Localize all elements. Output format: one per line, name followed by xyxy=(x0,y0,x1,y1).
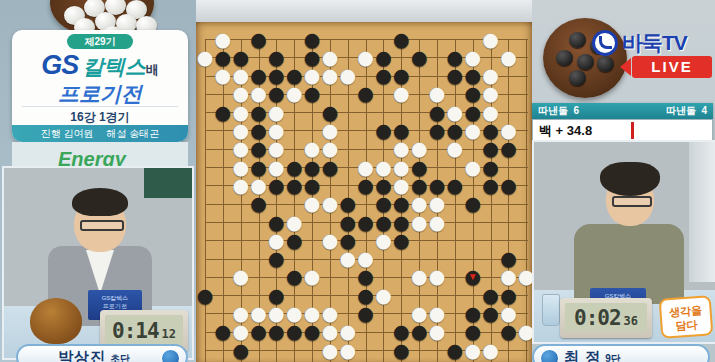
stone: ● xyxy=(214,67,231,84)
stone: ● xyxy=(286,232,303,249)
stone: ● xyxy=(482,31,499,48)
tournament-subtitle: 프로기전 xyxy=(12,80,188,104)
go-board[interactable]: ●●●●●●●●●●●●●●●●●●●●●●●●●●●●●●●●●●●●●●●●… xyxy=(196,22,532,362)
window-light xyxy=(689,142,715,282)
stone: ● xyxy=(357,305,374,322)
stone: ● xyxy=(375,195,392,212)
stone: ● xyxy=(446,342,463,359)
player-video-right: GS칼텍스프로기전 0:02 36 생각을담다 xyxy=(534,142,715,342)
stone: ● xyxy=(339,195,356,212)
title-gs: GS xyxy=(41,50,78,80)
player-right-rank: 9단 xyxy=(605,352,621,362)
captures-header: 따낸돌 6 따낸돌 4 xyxy=(532,103,713,119)
black-stone xyxy=(556,50,573,66)
water-glass xyxy=(542,294,560,326)
stone: ● xyxy=(393,232,410,249)
live-badge: LIVE xyxy=(632,56,712,78)
stone: ● xyxy=(500,177,517,194)
stone: ● xyxy=(411,323,428,340)
clock-right-sub: 36 xyxy=(624,314,638,328)
stone: ● xyxy=(357,177,374,194)
stone: ● xyxy=(232,323,249,340)
black-stone xyxy=(569,70,586,86)
stone: ● xyxy=(500,323,517,340)
left-panel: 제29기 GS 칼텍스배 프로기전 16강 1경기 진행 김여원 해설 송태곤 … xyxy=(0,0,196,362)
stone: ● xyxy=(321,342,338,359)
stone: ● xyxy=(321,140,338,157)
stone: ● xyxy=(393,323,410,340)
stone: ● xyxy=(304,268,321,285)
stone: ● xyxy=(429,214,446,231)
stone: ● xyxy=(393,85,410,102)
stone: ● xyxy=(286,85,303,102)
stone: ● xyxy=(268,85,285,102)
stone: ● xyxy=(411,140,428,157)
player-left-rank: 초단 xyxy=(110,352,130,362)
stone: ● xyxy=(429,195,446,212)
stone: ● xyxy=(304,323,321,340)
stone: ● xyxy=(304,140,321,157)
stone: ● xyxy=(321,67,338,84)
stone: ● xyxy=(464,122,481,139)
stone: ● xyxy=(393,140,410,157)
broadcaster-logo: 바둑TV xyxy=(592,26,712,60)
stone: ● xyxy=(304,85,321,102)
tournament-card: 제29기 GS 칼텍스배 프로기전 16강 1경기 진행 김여원 해설 송태곤 xyxy=(12,30,188,142)
stone: ● xyxy=(500,49,517,66)
captures-right: 따낸돌 4 xyxy=(666,104,707,118)
stone: ● xyxy=(375,122,392,139)
player-left-hair xyxy=(72,188,128,216)
baduktv-logo-icon xyxy=(592,30,618,56)
stone: ● xyxy=(500,268,517,285)
stone: ● xyxy=(411,195,428,212)
round-label: 16강 1경기 xyxy=(22,106,178,126)
stone: ● xyxy=(250,85,267,102)
stone: ● xyxy=(446,177,463,194)
stone: ● xyxy=(429,268,446,285)
name-bar-left: 박상진 초단 xyxy=(16,344,188,362)
player-right-glasses xyxy=(612,196,652,207)
tournament-title: GS 칼텍스배 xyxy=(12,50,188,80)
stone: ● xyxy=(357,268,374,285)
player-video-left: GS칼텍스프로기전 0:14 12 xyxy=(4,168,192,358)
thought-sticker: 생각을담다 xyxy=(659,295,714,339)
clock-left-display: 0:14 12 xyxy=(105,315,183,346)
stone: ● xyxy=(357,49,374,66)
baduktv-logo-text: 바둑TV xyxy=(622,29,687,57)
stone: ● xyxy=(482,342,499,359)
stone: ● xyxy=(393,31,410,48)
stone: ● xyxy=(232,85,249,102)
stone: ● xyxy=(339,342,356,359)
stone: ● xyxy=(464,342,481,359)
staff-strip: 진행 김여원 해설 송태곤 xyxy=(12,125,188,142)
player-right-name: 최 정 xyxy=(564,348,601,362)
stone: ● xyxy=(464,85,481,102)
stone: ● xyxy=(197,49,214,66)
game-clock-right[interactable]: 0:02 36 xyxy=(560,298,652,338)
stone: ● xyxy=(446,140,463,157)
captures-left: 따낸돌 6 xyxy=(538,104,579,118)
stone: ● xyxy=(321,159,338,176)
stone: ● xyxy=(339,323,356,340)
stone: ● xyxy=(393,342,410,359)
black-stone xyxy=(569,32,586,48)
stone: ● xyxy=(500,140,517,157)
stone: ● xyxy=(214,323,231,340)
score-marker xyxy=(631,122,634,139)
stone: ● xyxy=(464,323,481,340)
stone: ● xyxy=(482,177,499,194)
stone: ● xyxy=(393,214,410,231)
stone: ● xyxy=(411,49,428,66)
last-move-marker: ▼ xyxy=(464,272,481,282)
stone: ● xyxy=(375,214,392,231)
score-panel: 따낸돌 6 따낸돌 4 백 + 34.8 xyxy=(532,103,713,142)
name-bar-right: 최 정 9단 xyxy=(532,344,710,362)
stone: ● xyxy=(464,195,481,212)
stone: ● xyxy=(304,195,321,212)
stone: ● xyxy=(286,214,303,231)
clock-left-main: 0:14 xyxy=(112,319,159,343)
stone: ● xyxy=(214,31,231,48)
live-arrow-icon xyxy=(620,58,631,76)
stone: ● xyxy=(268,323,285,340)
stone: ● xyxy=(482,85,499,102)
stone: ● xyxy=(197,287,214,304)
player-left-glasses xyxy=(80,220,124,231)
score-estimate: 백 + 34.8 xyxy=(533,122,592,140)
stone: ● xyxy=(250,31,267,48)
stone: ● xyxy=(393,195,410,212)
stone: ● xyxy=(429,85,446,102)
clock-left-sub: 12 xyxy=(162,327,176,341)
stone: ● xyxy=(464,159,481,176)
player-left-name: 박상진 xyxy=(58,348,106,362)
stone: ● xyxy=(286,323,303,340)
stone: ● xyxy=(321,323,338,340)
stone: ● xyxy=(232,342,249,359)
stone: ● xyxy=(304,31,321,48)
stone: ● xyxy=(339,67,356,84)
chalkboard xyxy=(144,168,192,198)
title-caltex: 칼텍스 xyxy=(83,55,146,78)
stone: ● xyxy=(321,195,338,212)
clock-right-main: 0:02 xyxy=(574,306,621,330)
stone: ● xyxy=(268,177,285,194)
stone: ● xyxy=(482,140,499,157)
stone: ● xyxy=(375,232,392,249)
stone: ● xyxy=(232,177,249,194)
stone: ● xyxy=(268,214,285,231)
stone: ● xyxy=(411,268,428,285)
stone: ● xyxy=(250,140,267,157)
stone: ● xyxy=(268,140,285,157)
stone: ● xyxy=(232,268,249,285)
stone: ● xyxy=(321,232,338,249)
stone: ● xyxy=(429,122,446,139)
stone: ● xyxy=(250,323,267,340)
stone: ● xyxy=(232,140,249,157)
stone: ● xyxy=(339,250,356,267)
stone: ● xyxy=(268,250,285,267)
stone: ● xyxy=(286,177,303,194)
title-bae: 배 xyxy=(146,62,159,77)
edition-badge: 제29기 xyxy=(67,34,133,49)
stone: ● xyxy=(446,67,463,84)
stone: ● xyxy=(357,85,374,102)
clock-right-display: 0:02 36 xyxy=(565,303,647,332)
stone: ● xyxy=(375,67,392,84)
go-bowl-left xyxy=(30,298,82,344)
stone: ● xyxy=(429,323,446,340)
stone: ● xyxy=(357,214,374,231)
stone: ● xyxy=(339,214,356,231)
stone: ● xyxy=(286,268,303,285)
stone: ● xyxy=(375,287,392,304)
score-estimate-bar: 백 + 34.8 xyxy=(532,119,713,142)
stone: ● xyxy=(250,195,267,212)
right-panel: 바둑TV LIVE 따낸돌 6 따낸돌 4 백 + 34.8 xyxy=(532,0,715,362)
broadcast-screen: 제29기 GS 칼텍스배 프로기전 16강 1경기 진행 김여원 해설 송태곤 … xyxy=(0,0,715,362)
player-right-hair xyxy=(600,162,660,196)
stone: ● xyxy=(411,214,428,231)
stone: ● xyxy=(482,305,499,322)
channel-logo-icon xyxy=(540,349,559,362)
stone: ● xyxy=(214,104,231,121)
channel-logo-icon xyxy=(161,349,180,362)
